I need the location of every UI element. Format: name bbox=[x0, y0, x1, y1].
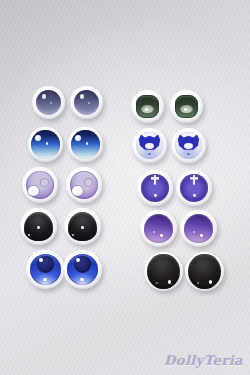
eye-chip bbox=[28, 127, 63, 162]
eye-chip bbox=[140, 210, 177, 247]
eye-iris-purple-galaxy bbox=[184, 214, 213, 243]
eye-iris-violet-star bbox=[180, 174, 209, 203]
eye-chip bbox=[131, 90, 164, 123]
eye-iris-purple-galaxy bbox=[144, 214, 173, 243]
eye-iris-ocean-blue bbox=[31, 130, 60, 159]
eye-chip bbox=[68, 127, 103, 162]
eye-iris-royal-anime bbox=[175, 132, 202, 159]
navy-pupil-motif bbox=[37, 256, 54, 273]
eye-chip bbox=[185, 252, 224, 291]
eye-iris-royal-anime bbox=[136, 132, 163, 159]
eye-iris-forest-green bbox=[136, 95, 158, 119]
eye-iris-slate-blue bbox=[36, 90, 61, 115]
eye-chip bbox=[26, 250, 65, 289]
anime-pupil-motif bbox=[139, 135, 160, 150]
eye-iris-black-teardrop bbox=[24, 212, 53, 240]
eye-chip bbox=[137, 170, 173, 206]
anime-pupil-motif bbox=[178, 135, 199, 150]
eye-iris-lilac-bubble bbox=[70, 171, 98, 199]
eye-iris-violet-star bbox=[141, 174, 170, 203]
eye-iris-dark-oval bbox=[188, 254, 221, 290]
eye-chip bbox=[63, 250, 102, 289]
eye-iris-blue-pupil bbox=[30, 254, 61, 285]
eye-chip bbox=[22, 167, 58, 203]
eye-chip bbox=[64, 208, 101, 245]
photo-doll-eye-chips: DollyTeria bbox=[0, 0, 250, 375]
eye-chip bbox=[132, 128, 167, 163]
eye-iris-black-teardrop bbox=[68, 212, 97, 240]
eye-iris-dark-oval bbox=[147, 254, 180, 290]
watermark: DollyTeria bbox=[164, 353, 243, 368]
eye-iris-forest-green bbox=[175, 95, 197, 119]
eye-iris-slate-blue bbox=[74, 90, 99, 115]
eye-chip bbox=[176, 170, 212, 206]
eye-chip bbox=[171, 128, 206, 163]
eye-chip bbox=[144, 252, 183, 291]
eye-iris-blue-pupil bbox=[67, 254, 98, 285]
navy-pupil-motif bbox=[74, 256, 91, 273]
eye-chip bbox=[32, 86, 65, 119]
eye-chip bbox=[180, 210, 217, 247]
eye-chip bbox=[20, 208, 57, 245]
eye-chip bbox=[70, 86, 103, 119]
eye-chip bbox=[66, 167, 102, 203]
eye-iris-ocean-blue bbox=[71, 130, 100, 159]
eye-iris-lilac-bubble bbox=[26, 171, 54, 199]
eye-chip bbox=[170, 90, 203, 123]
